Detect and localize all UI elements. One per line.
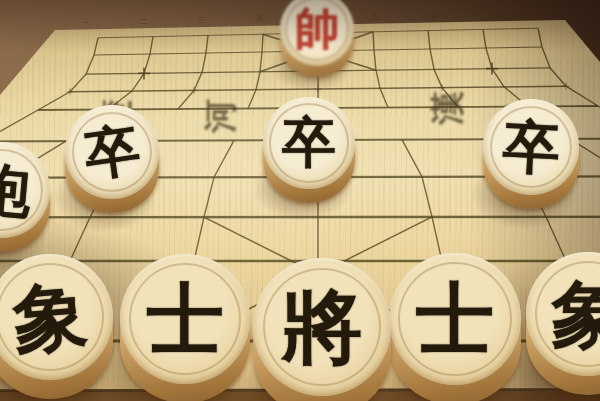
- piece-glyph: 卒: [501, 117, 561, 177]
- piece-glyph: 卒: [282, 116, 336, 170]
- piece-black-advisor[interactable]: 士: [389, 253, 521, 401]
- svg-text:四: 四: [257, 15, 264, 23]
- piece-face: 卒: [483, 99, 579, 195]
- svg-text:九: 九: [547, 9, 554, 17]
- piece-face: 卒: [65, 105, 159, 199]
- svg-text:三: 三: [199, 16, 206, 24]
- piece-glyph: 士: [147, 281, 224, 358]
- piece-face: 士: [389, 253, 521, 385]
- piece-glyph: 將: [282, 287, 363, 368]
- svg-text:河: 河: [200, 99, 240, 134]
- piece-face: 將: [253, 258, 391, 396]
- svg-text:八: 八: [489, 10, 496, 18]
- svg-text:二: 二: [141, 18, 148, 26]
- svg-text:一: 一: [83, 19, 90, 27]
- piece-black-elephant[interactable]: 象: [526, 252, 600, 395]
- piece-black-soldier[interactable]: 卒: [263, 97, 355, 203]
- piece-red-general[interactable]: 帥: [280, 0, 354, 77]
- piece-glyph: 卒: [81, 121, 143, 183]
- svg-text:漢: 漢: [427, 91, 467, 126]
- svg-text:六: 六: [373, 13, 380, 21]
- piece-glyph: 象: [10, 277, 90, 357]
- piece-glyph: 帥: [295, 7, 339, 51]
- piece-face: 卒: [263, 97, 355, 189]
- piece-glyph: 砲: [0, 159, 33, 221]
- piece-black-soldier[interactable]: 卒: [483, 99, 579, 209]
- piece-black-general[interactable]: 將: [253, 258, 391, 401]
- xiangqi-photo: 楚河漢界 一二三四五六七八九 帥 砲 卒 卒 卒 象 士: [0, 0, 600, 401]
- piece-black-cannon[interactable]: 砲: [0, 142, 50, 252]
- piece-glyph: 象: [552, 278, 600, 351]
- svg-text:七: 七: [431, 12, 439, 20]
- piece-glyph: 士: [416, 280, 494, 358]
- piece-black-soldier[interactable]: 卒: [65, 105, 159, 213]
